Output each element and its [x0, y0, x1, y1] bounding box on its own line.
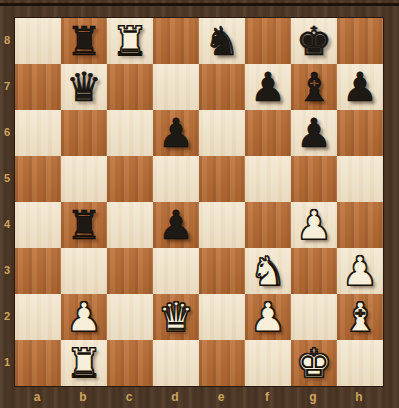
- chess-diagram: ♜♜♞♚♛♟♝♟♟♟♜♟♟♞♟♟♛♟♝♜♚ 87654321 abcdefgh: [0, 0, 399, 408]
- white-pawn-b2[interactable]: ♟: [61, 294, 107, 340]
- square-d2[interactable]: ♛: [153, 294, 199, 340]
- file-label-a: a: [14, 388, 60, 408]
- square-c7[interactable]: [107, 64, 153, 110]
- square-d1[interactable]: [153, 340, 199, 386]
- square-h8[interactable]: [337, 18, 383, 64]
- file-label-g: g: [290, 388, 336, 408]
- square-d4[interactable]: ♟: [153, 202, 199, 248]
- rank-label-7: 7: [0, 63, 14, 109]
- black-bishop-g7[interactable]: ♝: [291, 64, 337, 110]
- black-pawn-h7[interactable]: ♟: [337, 64, 383, 110]
- square-f5[interactable]: [245, 156, 291, 202]
- square-e1[interactable]: [199, 340, 245, 386]
- white-king-g1[interactable]: ♚: [291, 340, 337, 386]
- square-c6[interactable]: [107, 110, 153, 156]
- file-label-d: d: [152, 388, 198, 408]
- square-h3[interactable]: ♟: [337, 248, 383, 294]
- rank-label-6: 6: [0, 109, 14, 155]
- square-a4[interactable]: [15, 202, 61, 248]
- square-f4[interactable]: [245, 202, 291, 248]
- square-h2[interactable]: ♝: [337, 294, 383, 340]
- square-b6[interactable]: [61, 110, 107, 156]
- square-d8[interactable]: [153, 18, 199, 64]
- square-g8[interactable]: ♚: [291, 18, 337, 64]
- white-pawn-f2[interactable]: ♟: [245, 294, 291, 340]
- square-b3[interactable]: [61, 248, 107, 294]
- square-h7[interactable]: ♟: [337, 64, 383, 110]
- white-rook-c8[interactable]: ♜: [107, 18, 153, 64]
- black-pawn-d4[interactable]: ♟: [153, 202, 199, 248]
- square-h1[interactable]: [337, 340, 383, 386]
- black-rook-b4[interactable]: ♜: [61, 202, 107, 248]
- square-f8[interactable]: [245, 18, 291, 64]
- square-c3[interactable]: [107, 248, 153, 294]
- rank-label-4: 4: [0, 201, 14, 247]
- square-g5[interactable]: [291, 156, 337, 202]
- white-queen-d2[interactable]: ♛: [153, 294, 199, 340]
- square-g1[interactable]: ♚: [291, 340, 337, 386]
- square-d5[interactable]: [153, 156, 199, 202]
- square-g7[interactable]: ♝: [291, 64, 337, 110]
- black-knight-e8[interactable]: ♞: [199, 18, 245, 64]
- square-a3[interactable]: [15, 248, 61, 294]
- white-knight-f3[interactable]: ♞: [245, 248, 291, 294]
- file-label-f: f: [244, 388, 290, 408]
- square-g4[interactable]: ♟: [291, 202, 337, 248]
- square-e6[interactable]: [199, 110, 245, 156]
- square-b2[interactable]: ♟: [61, 294, 107, 340]
- square-a8[interactable]: [15, 18, 61, 64]
- black-pawn-f7[interactable]: ♟: [245, 64, 291, 110]
- square-g2[interactable]: [291, 294, 337, 340]
- square-c5[interactable]: [107, 156, 153, 202]
- rank-label-2: 2: [0, 293, 14, 339]
- square-e8[interactable]: ♞: [199, 18, 245, 64]
- white-pawn-h3[interactable]: ♟: [337, 248, 383, 294]
- white-rook-b1[interactable]: ♜: [61, 340, 107, 386]
- square-d3[interactable]: [153, 248, 199, 294]
- square-c2[interactable]: [107, 294, 153, 340]
- square-e7[interactable]: [199, 64, 245, 110]
- square-e3[interactable]: [199, 248, 245, 294]
- square-f6[interactable]: [245, 110, 291, 156]
- file-label-b: b: [60, 388, 106, 408]
- square-h4[interactable]: [337, 202, 383, 248]
- square-g3[interactable]: [291, 248, 337, 294]
- square-g6[interactable]: ♟: [291, 110, 337, 156]
- black-king-g8[interactable]: ♚: [291, 18, 337, 64]
- square-a1[interactable]: [15, 340, 61, 386]
- square-e2[interactable]: [199, 294, 245, 340]
- white-bishop-h2[interactable]: ♝: [337, 294, 383, 340]
- square-h5[interactable]: [337, 156, 383, 202]
- rank-label-3: 3: [0, 247, 14, 293]
- square-b7[interactable]: ♛: [61, 64, 107, 110]
- rank-label-8: 8: [0, 17, 14, 63]
- square-c4[interactable]: [107, 202, 153, 248]
- file-label-h: h: [336, 388, 382, 408]
- black-pawn-d6[interactable]: ♟: [153, 110, 199, 156]
- square-a7[interactable]: [15, 64, 61, 110]
- square-b4[interactable]: ♜: [61, 202, 107, 248]
- square-b8[interactable]: ♜: [61, 18, 107, 64]
- file-label-c: c: [106, 388, 152, 408]
- square-e4[interactable]: [199, 202, 245, 248]
- white-pawn-g4[interactable]: ♟: [291, 202, 337, 248]
- square-h6[interactable]: [337, 110, 383, 156]
- square-d6[interactable]: ♟: [153, 110, 199, 156]
- square-b5[interactable]: [61, 156, 107, 202]
- square-c1[interactable]: [107, 340, 153, 386]
- square-f7[interactable]: ♟: [245, 64, 291, 110]
- square-a6[interactable]: [15, 110, 61, 156]
- square-a5[interactable]: [15, 156, 61, 202]
- black-queen-b7[interactable]: ♛: [61, 64, 107, 110]
- board: ♜♜♞♚♛♟♝♟♟♟♜♟♟♞♟♟♛♟♝♜♚: [14, 17, 384, 387]
- square-d7[interactable]: [153, 64, 199, 110]
- square-f2[interactable]: ♟: [245, 294, 291, 340]
- square-c8[interactable]: ♜: [107, 18, 153, 64]
- square-b1[interactable]: ♜: [61, 340, 107, 386]
- square-f1[interactable]: [245, 340, 291, 386]
- black-pawn-g6[interactable]: ♟: [291, 110, 337, 156]
- square-e5[interactable]: [199, 156, 245, 202]
- black-rook-b8[interactable]: ♜: [61, 18, 107, 64]
- file-label-e: e: [198, 388, 244, 408]
- square-a2[interactable]: [15, 294, 61, 340]
- square-f3[interactable]: ♞: [245, 248, 291, 294]
- rank-label-1: 1: [0, 339, 14, 385]
- rank-label-5: 5: [0, 155, 14, 201]
- top-border-line: [0, 3, 399, 6]
